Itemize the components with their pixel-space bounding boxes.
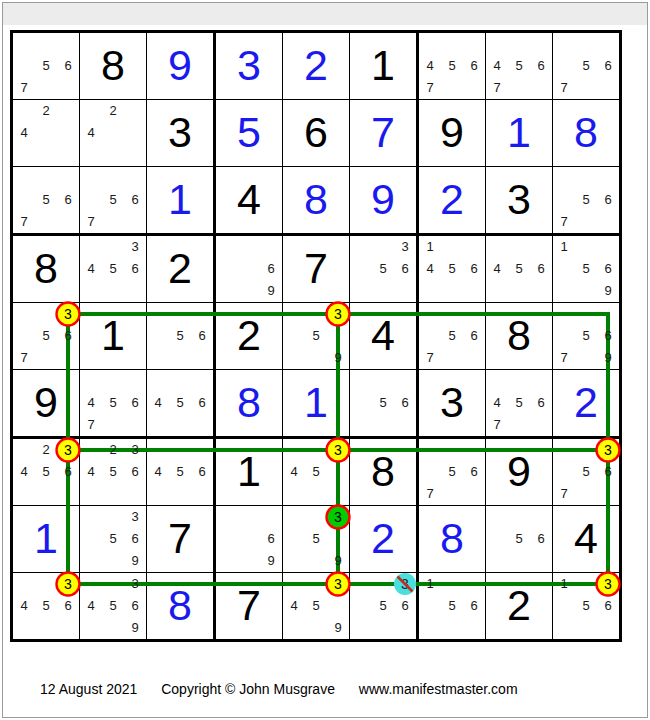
candidate-2: 2 — [102, 439, 124, 461]
candidate-5: 5 — [35, 595, 57, 617]
solved-digit: 2 — [350, 506, 416, 572]
candidate-5: 5 — [169, 325, 191, 347]
candidate-6: 6 — [57, 325, 79, 347]
candidate-5: 5 — [305, 528, 327, 550]
candidate-2: 2 — [35, 439, 57, 461]
sudoku-board: 5678932145674567567242435679185675671489… — [10, 30, 622, 642]
cell-r5c4[interactable]: 2 — [216, 303, 282, 369]
candidate-6: 6 — [57, 595, 79, 617]
given-digit: 7 — [283, 236, 349, 302]
page: 5678932145674567567242435679185675671489… — [0, 0, 650, 720]
candidate-4: 4 — [13, 461, 35, 483]
candidate-6: 6 — [124, 392, 146, 414]
given-digit: 2 — [147, 236, 213, 302]
candidate-3: 3 — [124, 573, 146, 595]
candidate-9: 9 — [260, 280, 282, 302]
cell-r5c6[interactable]: 4 — [350, 303, 416, 369]
given-digit: 3 — [147, 100, 213, 166]
cell-r2c2[interactable]: 24 — [80, 100, 146, 166]
given-digit: 8 — [80, 33, 146, 99]
candidate-6: 6 — [191, 325, 213, 347]
candidate-5: 5 — [102, 392, 124, 414]
candidate-7: 7 — [486, 77, 508, 99]
cell-r3c2[interactable]: 567 — [80, 167, 146, 233]
given-digit: 2 — [216, 303, 282, 369]
cell-r7c2[interactable]: 23456 — [80, 439, 146, 505]
candidate-6: 6 — [394, 258, 416, 280]
candidate-4: 4 — [13, 122, 35, 144]
candidate-9: 9 — [327, 617, 349, 639]
candidate-7: 7 — [13, 77, 35, 99]
cell-r1c2[interactable]: 8 — [80, 33, 146, 99]
solved-digit: 1 — [283, 370, 349, 436]
cell-r7c7[interactable]: 567 — [419, 439, 485, 505]
candidate-3: 3 — [124, 236, 146, 258]
candidate-5: 5 — [35, 461, 57, 483]
candidate-5: 5 — [35, 189, 57, 211]
given-digit: 4 — [553, 506, 619, 572]
footer-website: www.manifestmaster.com — [359, 681, 518, 697]
candidate-9: 9 — [260, 550, 282, 572]
cell-r7c6[interactable]: 8 — [350, 439, 416, 505]
candidate-6: 6 — [124, 461, 146, 483]
candidate-6: 6 — [463, 461, 485, 483]
cell-r2c1[interactable]: 24 — [13, 100, 79, 166]
given-digit: 3 — [486, 167, 552, 233]
candidate-4: 4 — [283, 595, 305, 617]
cell-r7c4[interactable]: 1 — [216, 439, 282, 505]
candidate-3: 3 — [394, 236, 416, 258]
cell-r7c5[interactable]: 45 — [283, 439, 349, 505]
candidate-6: 6 — [463, 258, 485, 280]
cell-r4c3[interactable]: 2 — [147, 236, 213, 302]
cell-r8c5[interactable]: 59 — [283, 506, 349, 572]
cell-r6c2[interactable]: 4567 — [80, 370, 146, 436]
candidate-7: 7 — [419, 347, 441, 369]
candidate-5: 5 — [575, 258, 597, 280]
candidate-4: 4 — [80, 122, 102, 144]
cell-r1c6[interactable]: 1 — [350, 33, 416, 99]
cell-r4c5[interactable]: 7 — [283, 236, 349, 302]
cell-r7c1[interactable]: 2456 — [13, 439, 79, 505]
candidate-5: 5 — [575, 55, 597, 77]
cell-r4c8[interactable]: 456 — [486, 236, 552, 302]
cell-r5c2[interactable]: 1 — [80, 303, 146, 369]
candidate-6: 6 — [124, 258, 146, 280]
candidate-7: 7 — [80, 211, 102, 233]
candidate-7: 7 — [419, 77, 441, 99]
candidate-5: 5 — [575, 461, 597, 483]
cell-r1c5[interactable]: 2 — [283, 33, 349, 99]
cell-r3c9[interactable]: 567 — [553, 167, 619, 233]
candidate-6: 6 — [57, 189, 79, 211]
candidate-6: 6 — [191, 392, 213, 414]
candidate-6: 6 — [597, 189, 619, 211]
candidate-6: 6 — [260, 258, 282, 280]
candidate-5: 5 — [305, 461, 327, 483]
candidate-4: 4 — [419, 55, 441, 77]
candidate-9: 9 — [124, 550, 146, 572]
cell-r2c9[interactable]: 8 — [553, 100, 619, 166]
candidate-5: 5 — [35, 55, 57, 77]
cell-r1c4[interactable]: 3 — [216, 33, 282, 99]
solved-digit: 2 — [283, 33, 349, 99]
candidate-5: 5 — [441, 55, 463, 77]
top-band — [3, 3, 647, 25]
cell-r6c8[interactable]: 4567 — [486, 370, 552, 436]
candidate-9: 9 — [597, 347, 619, 369]
candidate-6: 6 — [191, 461, 213, 483]
candidate-5: 5 — [102, 189, 124, 211]
solved-digit: 2 — [419, 167, 485, 233]
given-digit: 4 — [350, 303, 416, 369]
candidate-6: 6 — [597, 325, 619, 347]
candidate-4: 4 — [486, 55, 508, 77]
cell-r1c8[interactable]: 4567 — [486, 33, 552, 99]
solved-digit: 5 — [216, 100, 282, 166]
solved-digit: 9 — [350, 167, 416, 233]
given-digit: 1 — [80, 303, 146, 369]
cell-r9c6[interactable]: 56 — [350, 573, 416, 639]
candidate-5: 5 — [575, 325, 597, 347]
cell-r3c4[interactable]: 4 — [216, 167, 282, 233]
cell-r4c9[interactable]: 1569 — [553, 236, 619, 302]
candidate-7: 7 — [419, 483, 441, 505]
candidate-6: 6 — [530, 392, 552, 414]
cell-r8c2[interactable]: 3569 — [80, 506, 146, 572]
cell-r3c7[interactable]: 2 — [419, 167, 485, 233]
solved-digit: 2 — [553, 370, 619, 436]
given-digit: 2 — [486, 573, 552, 639]
cell-r9c7[interactable]: 156 — [419, 573, 485, 639]
cell-r1c9[interactable]: 567 — [553, 33, 619, 99]
cell-r6c5[interactable]: 1 — [283, 370, 349, 436]
cell-r3c1[interactable]: 567 — [13, 167, 79, 233]
cell-r9c8[interactable]: 2 — [486, 573, 552, 639]
candidate-5: 5 — [441, 461, 463, 483]
solved-digit: 8 — [216, 370, 282, 436]
candidate-5: 5 — [441, 258, 463, 280]
candidate-6: 6 — [530, 258, 552, 280]
candidate-1: 1 — [419, 236, 441, 258]
candidate-6: 6 — [394, 595, 416, 617]
candidate-7: 7 — [553, 77, 575, 99]
candidate-7: 7 — [13, 211, 35, 233]
candidate-1: 1 — [553, 573, 575, 595]
solved-digit: 1 — [147, 167, 213, 233]
candidate-5: 5 — [102, 528, 124, 550]
candidate-4: 4 — [147, 461, 169, 483]
given-digit: 9 — [419, 100, 485, 166]
candidate-9: 9 — [124, 617, 146, 639]
candidate-1: 1 — [419, 573, 441, 595]
candidate-7: 7 — [486, 414, 508, 436]
candidate-5: 5 — [169, 392, 191, 414]
given-digit: 3 — [419, 370, 485, 436]
cell-r2c4[interactable]: 5 — [216, 100, 282, 166]
cell-r8c3[interactable]: 7 — [147, 506, 213, 572]
cell-r3c6[interactable]: 9 — [350, 167, 416, 233]
cell-r9c1[interactable]: 456 — [13, 573, 79, 639]
candidate-9: 9 — [327, 347, 349, 369]
candidate-4: 4 — [80, 595, 102, 617]
candidate-6: 6 — [124, 595, 146, 617]
cell-r7c3[interactable]: 456 — [147, 439, 213, 505]
given-digit: 1 — [216, 439, 282, 505]
cell-r4c1[interactable]: 8 — [13, 236, 79, 302]
candidate-5: 5 — [508, 528, 530, 550]
candidate-5: 5 — [102, 461, 124, 483]
cell-r7c9[interactable]: 567 — [553, 439, 619, 505]
cell-r5c3[interactable]: 56 — [147, 303, 213, 369]
given-digit: 7 — [147, 506, 213, 572]
candidate-3: 3 — [124, 439, 146, 461]
cell-r9c4[interactable]: 7 — [216, 573, 282, 639]
candidate-6: 6 — [394, 392, 416, 414]
candidate-5: 5 — [575, 595, 597, 617]
candidate-5: 5 — [441, 595, 463, 617]
candidate-5: 5 — [305, 595, 327, 617]
cell-r6c6[interactable]: 56 — [350, 370, 416, 436]
candidate-6: 6 — [530, 528, 552, 550]
candidate-2: 2 — [35, 100, 57, 122]
cell-r7c8[interactable]: 9 — [486, 439, 552, 505]
candidate-5: 5 — [102, 595, 124, 617]
cell-r4c2[interactable]: 3456 — [80, 236, 146, 302]
cell-r6c1[interactable]: 9 — [13, 370, 79, 436]
cell-r2c8[interactable]: 1 — [486, 100, 552, 166]
candidate-6: 6 — [597, 55, 619, 77]
cell-r3c3[interactable]: 1 — [147, 167, 213, 233]
candidate-7: 7 — [553, 211, 575, 233]
candidate-1: 1 — [553, 236, 575, 258]
candidate-5: 5 — [102, 258, 124, 280]
cell-r5c8[interactable]: 8 — [486, 303, 552, 369]
candidate-4: 4 — [80, 392, 102, 414]
solved-digit: 8 — [283, 167, 349, 233]
cell-r9c5[interactable]: 459 — [283, 573, 349, 639]
candidate-5: 5 — [441, 325, 463, 347]
candidate-9: 9 — [327, 550, 349, 572]
candidate-6: 6 — [57, 55, 79, 77]
cell-r5c1[interactable]: 567 — [13, 303, 79, 369]
solved-digit: 8 — [147, 573, 213, 639]
candidate-5: 5 — [372, 595, 394, 617]
cell-r2c5[interactable]: 6 — [283, 100, 349, 166]
candidate-7: 7 — [553, 347, 575, 369]
candidate-3: 3 — [124, 506, 146, 528]
candidate-5: 5 — [169, 461, 191, 483]
solved-digit: 1 — [486, 100, 552, 166]
candidate-6: 6 — [597, 461, 619, 483]
cell-r5c9[interactable]: 5679 — [553, 303, 619, 369]
candidate-4: 4 — [13, 595, 35, 617]
cell-r3c8[interactable]: 3 — [486, 167, 552, 233]
cell-r5c7[interactable]: 567 — [419, 303, 485, 369]
candidate-6: 6 — [530, 55, 552, 77]
cell-r8c4[interactable]: 69 — [216, 506, 282, 572]
candidate-6: 6 — [57, 461, 79, 483]
candidate-4: 4 — [486, 258, 508, 280]
given-digit: 1 — [350, 33, 416, 99]
given-digit: 9 — [13, 370, 79, 436]
cell-r4c7[interactable]: 1456 — [419, 236, 485, 302]
candidate-4: 4 — [80, 258, 102, 280]
candidate-6: 6 — [124, 528, 146, 550]
cell-r5c5[interactable]: 59 — [283, 303, 349, 369]
candidate-4: 4 — [486, 392, 508, 414]
candidate-7: 7 — [80, 414, 102, 436]
candidate-6: 6 — [463, 55, 485, 77]
candidate-4: 4 — [283, 461, 305, 483]
candidate-4: 4 — [80, 461, 102, 483]
candidate-7: 7 — [13, 347, 35, 369]
cell-r9c2[interactable]: 34569 — [80, 573, 146, 639]
candidate-6: 6 — [260, 528, 282, 550]
solved-digit: 7 — [350, 100, 416, 166]
given-digit: 7 — [216, 573, 282, 639]
cell-r6c3[interactable]: 456 — [147, 370, 213, 436]
cell-r6c9[interactable]: 2 — [553, 370, 619, 436]
cell-r1c1[interactable]: 567 — [13, 33, 79, 99]
cell-r9c3[interactable]: 8 — [147, 573, 213, 639]
given-digit: 8 — [486, 303, 552, 369]
candidate-6: 6 — [463, 595, 485, 617]
cell-r2c7[interactable]: 9 — [419, 100, 485, 166]
solved-digit: 8 — [419, 506, 485, 572]
cell-r2c3[interactable]: 3 — [147, 100, 213, 166]
candidate-2: 2 — [102, 100, 124, 122]
cell-r4c4[interactable]: 69 — [216, 236, 282, 302]
candidate-6: 6 — [124, 189, 146, 211]
candidate-6: 6 — [597, 258, 619, 280]
cell-r8c6[interactable]: 2 — [350, 506, 416, 572]
given-digit: 6 — [283, 100, 349, 166]
candidate-5: 5 — [372, 392, 394, 414]
candidate-4: 4 — [419, 258, 441, 280]
candidate-6: 6 — [597, 595, 619, 617]
solved-digit: 9 — [147, 33, 213, 99]
footer: 12 August 2021 Copyright © John Musgrave… — [40, 681, 538, 697]
solved-digit: 3 — [216, 33, 282, 99]
cell-r1c3[interactable]: 9 — [147, 33, 213, 99]
given-digit: 8 — [13, 236, 79, 302]
candidate-7: 7 — [553, 483, 575, 505]
given-digit: 9 — [486, 439, 552, 505]
candidate-5: 5 — [508, 55, 530, 77]
cell-r9c9[interactable]: 156 — [553, 573, 619, 639]
candidate-9: 9 — [597, 280, 619, 302]
solved-digit: 8 — [553, 100, 619, 166]
given-digit: 8 — [350, 439, 416, 505]
footer-date: 12 August 2021 — [40, 681, 137, 697]
footer-copyright: Copyright © John Musgrave — [161, 681, 335, 697]
candidate-5: 5 — [372, 258, 394, 280]
candidate-5: 5 — [508, 392, 530, 414]
candidate-5: 5 — [508, 258, 530, 280]
candidate-6: 6 — [463, 325, 485, 347]
cell-r8c9[interactable]: 4 — [553, 506, 619, 572]
cell-r4c6[interactable]: 356 — [350, 236, 416, 302]
cell-r8c1[interactable]: 1 — [13, 506, 79, 572]
candidate-4: 4 — [147, 392, 169, 414]
cell-r3c5[interactable]: 8 — [283, 167, 349, 233]
candidate-5: 5 — [35, 325, 57, 347]
cell-r2c6[interactable]: 7 — [350, 100, 416, 166]
cell-r8c7[interactable]: 8 — [419, 506, 485, 572]
given-digit: 4 — [216, 167, 282, 233]
candidate-5: 5 — [305, 325, 327, 347]
cell-r6c7[interactable]: 3 — [419, 370, 485, 436]
cell-r6c4[interactable]: 8 — [216, 370, 282, 436]
cell-r1c7[interactable]: 4567 — [419, 33, 485, 99]
cell-r8c8[interactable]: 56 — [486, 506, 552, 572]
candidate-5: 5 — [575, 189, 597, 211]
solved-digit: 1 — [13, 506, 79, 572]
